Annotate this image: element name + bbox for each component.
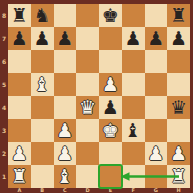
- file-label-C: C: [54, 187, 77, 193]
- rank-label-2: 2: [0, 142, 8, 165]
- square-g7[interactable]: ♟: [145, 27, 168, 50]
- black-pawn[interactable]: ♟: [102, 96, 119, 119]
- square-a1[interactable]: ♜: [8, 165, 31, 188]
- black-pawn[interactable]: ♟: [34, 27, 51, 50]
- square-b3[interactable]: [31, 119, 54, 142]
- white-pawn[interactable]: ♟: [102, 73, 119, 96]
- file-label-H: H: [167, 187, 190, 193]
- square-f8[interactable]: [122, 4, 145, 27]
- white-rook[interactable]: ♜: [170, 165, 187, 188]
- square-f7[interactable]: ♟: [122, 27, 145, 50]
- square-g6[interactable]: [145, 50, 168, 73]
- black-pawn[interactable]: ♟: [170, 27, 187, 50]
- square-d6[interactable]: [76, 50, 99, 73]
- black-rook[interactable]: ♜: [11, 4, 28, 27]
- file-label-A: A: [8, 187, 31, 193]
- white-pawn[interactable]: ♟: [56, 142, 73, 165]
- square-c1[interactable]: ♝: [54, 165, 77, 188]
- square-e2[interactable]: [99, 142, 122, 165]
- square-a2[interactable]: ♟: [8, 142, 31, 165]
- square-g1[interactable]: [145, 165, 168, 188]
- white-pawn[interactable]: ♟: [170, 142, 187, 165]
- square-c5[interactable]: [54, 73, 77, 96]
- file-label-F: F: [122, 187, 145, 193]
- rank-label-3: 3: [0, 119, 8, 142]
- square-f3[interactable]: ♝: [122, 119, 145, 142]
- rank-label-4: 4: [0, 96, 8, 119]
- chess-board-frame: ♜♞♚♜♟♟♟♟♟♟♝♟♛♟♛♟♚♝♟♟♟♟♜♝♜ 87654321 ABCDE…: [0, 0, 193, 193]
- file-label-G: G: [145, 187, 168, 193]
- rank-label-8: 8: [0, 4, 8, 27]
- square-b5[interactable]: ♝: [31, 73, 54, 96]
- white-pawn[interactable]: ♟: [147, 142, 164, 165]
- square-h8[interactable]: ♜: [167, 4, 190, 27]
- square-h5[interactable]: [167, 73, 190, 96]
- square-c6[interactable]: [54, 50, 77, 73]
- square-a6[interactable]: [8, 50, 31, 73]
- square-g8[interactable]: [145, 4, 168, 27]
- square-c7[interactable]: ♟: [54, 27, 77, 50]
- square-d5[interactable]: [76, 73, 99, 96]
- square-e8[interactable]: ♚: [99, 4, 122, 27]
- file-label-D: D: [76, 187, 99, 193]
- white-rook[interactable]: ♜: [11, 165, 28, 188]
- square-b6[interactable]: [31, 50, 54, 73]
- square-h7[interactable]: ♟: [167, 27, 190, 50]
- black-pawn[interactable]: ♟: [56, 27, 73, 50]
- black-knight[interactable]: ♞: [34, 4, 51, 27]
- square-d3[interactable]: [76, 119, 99, 142]
- square-g4[interactable]: [145, 96, 168, 119]
- square-d4[interactable]: ♛: [76, 96, 99, 119]
- square-b4[interactable]: [31, 96, 54, 119]
- white-pawn[interactable]: ♟: [56, 119, 73, 142]
- file-label-B: B: [31, 187, 54, 193]
- square-h4[interactable]: ♛: [167, 96, 190, 119]
- square-a4[interactable]: [8, 96, 31, 119]
- square-c4[interactable]: [54, 96, 77, 119]
- square-e3[interactable]: ♚: [99, 119, 122, 142]
- square-d7[interactable]: [76, 27, 99, 50]
- square-e7[interactable]: [99, 27, 122, 50]
- rank-label-7: 7: [0, 27, 8, 50]
- square-e1[interactable]: [99, 165, 122, 188]
- square-b8[interactable]: ♞: [31, 4, 54, 27]
- square-h2[interactable]: ♟: [167, 142, 190, 165]
- black-queen[interactable]: ♛: [170, 96, 187, 119]
- square-g3[interactable]: [145, 119, 168, 142]
- square-a8[interactable]: ♜: [8, 4, 31, 27]
- square-f5[interactable]: [122, 73, 145, 96]
- white-bishop[interactable]: ♝: [34, 73, 51, 96]
- white-bishop[interactable]: ♝: [56, 165, 73, 188]
- square-f4[interactable]: [122, 96, 145, 119]
- rank-label-5: 5: [0, 73, 8, 96]
- white-queen[interactable]: ♛: [79, 96, 96, 119]
- black-pawn[interactable]: ♟: [11, 27, 28, 50]
- chess-board: ♜♞♚♜♟♟♟♟♟♟♝♟♛♟♛♟♚♝♟♟♟♟♜♝♜: [8, 4, 190, 188]
- square-f2[interactable]: [122, 142, 145, 165]
- square-b1[interactable]: [31, 165, 54, 188]
- black-rook[interactable]: ♜: [170, 4, 187, 27]
- black-bishop[interactable]: ♝: [125, 119, 142, 142]
- square-e4[interactable]: ♟: [99, 96, 122, 119]
- square-a5[interactable]: [8, 73, 31, 96]
- square-d1[interactable]: [76, 165, 99, 188]
- square-e6[interactable]: [99, 50, 122, 73]
- square-c2[interactable]: ♟: [54, 142, 77, 165]
- square-a3[interactable]: [8, 119, 31, 142]
- square-b2[interactable]: [31, 142, 54, 165]
- rank-label-1: 1: [0, 165, 8, 188]
- black-pawn[interactable]: ♟: [125, 27, 142, 50]
- square-b7[interactable]: ♟: [31, 27, 54, 50]
- black-king[interactable]: ♚: [102, 4, 119, 27]
- square-f6[interactable]: [122, 50, 145, 73]
- white-king[interactable]: ♚: [102, 119, 119, 142]
- square-c3[interactable]: ♟: [54, 119, 77, 142]
- square-f1[interactable]: [122, 165, 145, 188]
- square-h6[interactable]: [167, 50, 190, 73]
- square-a7[interactable]: ♟: [8, 27, 31, 50]
- square-d8[interactable]: [76, 4, 99, 27]
- white-pawn[interactable]: ♟: [11, 142, 28, 165]
- black-pawn[interactable]: ♟: [147, 27, 164, 50]
- square-c8[interactable]: [54, 4, 77, 27]
- square-e5[interactable]: ♟: [99, 73, 122, 96]
- rank-label-6: 6: [0, 50, 8, 73]
- square-h1[interactable]: ♜: [167, 165, 190, 188]
- square-g5[interactable]: [145, 73, 168, 96]
- square-g2[interactable]: ♟: [145, 142, 168, 165]
- square-d2[interactable]: [76, 142, 99, 165]
- square-h3[interactable]: [167, 119, 190, 142]
- file-label-E: E: [99, 187, 122, 193]
